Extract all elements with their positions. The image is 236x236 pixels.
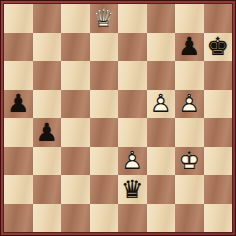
piece-white-pawn[interactable]: ♟ [147,90,176,119]
square-c1[interactable] [61,204,90,233]
square-g8[interactable] [175,4,204,33]
piece-white-queen[interactable]: ♛ [90,4,119,33]
square-e4[interactable] [118,118,147,147]
square-f6[interactable] [147,61,176,90]
square-a2[interactable] [4,175,33,204]
square-f2[interactable] [147,175,176,204]
square-c8[interactable] [61,4,90,33]
square-b8[interactable] [33,4,62,33]
square-g2[interactable] [175,175,204,204]
square-f3[interactable] [147,147,176,176]
square-f7[interactable] [147,33,176,62]
square-b3[interactable] [33,147,62,176]
square-b1[interactable] [33,204,62,233]
square-h7[interactable]: ♚ [204,33,233,62]
square-h1[interactable] [204,204,233,233]
piece-black-king[interactable]: ♚ [204,33,233,62]
square-d7[interactable] [90,33,119,62]
square-e5[interactable] [118,90,147,119]
square-g6[interactable] [175,61,204,90]
square-h8[interactable] [204,4,233,33]
square-e8[interactable] [118,4,147,33]
piece-white-pawn[interactable]: ♟ [175,90,204,119]
square-b5[interactable] [33,90,62,119]
piece-black-pawn[interactable]: ♟ [33,118,62,147]
square-b7[interactable] [33,33,62,62]
square-a6[interactable] [4,61,33,90]
square-e7[interactable] [118,33,147,62]
square-e1[interactable] [118,204,147,233]
square-h3[interactable] [204,147,233,176]
square-d4[interactable] [90,118,119,147]
square-a4[interactable] [4,118,33,147]
square-d3[interactable] [90,147,119,176]
square-b6[interactable] [33,61,62,90]
square-f1[interactable] [147,204,176,233]
square-h4[interactable] [204,118,233,147]
square-d5[interactable] [90,90,119,119]
square-a5[interactable]: ♟ [4,90,33,119]
square-g4[interactable] [175,118,204,147]
square-c5[interactable] [61,90,90,119]
square-g7[interactable]: ♟ [175,33,204,62]
square-c2[interactable] [61,175,90,204]
square-a8[interactable] [4,4,33,33]
square-a3[interactable] [4,147,33,176]
square-c3[interactable] [61,147,90,176]
square-e2[interactable]: ♛ [118,175,147,204]
square-b4[interactable]: ♟ [33,118,62,147]
square-g1[interactable] [175,204,204,233]
square-h5[interactable] [204,90,233,119]
square-d2[interactable] [90,175,119,204]
square-e6[interactable] [118,61,147,90]
square-d1[interactable] [90,204,119,233]
square-g5[interactable]: ♟ [175,90,204,119]
square-e3[interactable]: ♟ [118,147,147,176]
chess-board: ♛♟♚♟♟♟♟♟♚♛ [4,4,232,232]
square-c6[interactable] [61,61,90,90]
piece-white-king[interactable]: ♚ [175,147,204,176]
piece-black-queen[interactable]: ♛ [118,175,147,204]
square-h2[interactable] [204,175,233,204]
square-c7[interactable] [61,33,90,62]
square-a7[interactable] [4,33,33,62]
square-g3[interactable]: ♚ [175,147,204,176]
square-f4[interactable] [147,118,176,147]
square-d8[interactable]: ♛ [90,4,119,33]
square-f5[interactable]: ♟ [147,90,176,119]
piece-white-pawn[interactable]: ♟ [118,147,147,176]
piece-black-pawn[interactable]: ♟ [4,90,33,119]
chess-board-frame: ♛♟♚♟♟♟♟♟♚♛ [0,0,236,236]
square-c4[interactable] [61,118,90,147]
square-b2[interactable] [33,175,62,204]
piece-black-pawn[interactable]: ♟ [175,33,204,62]
square-h6[interactable] [204,61,233,90]
square-a1[interactable] [4,204,33,233]
square-f8[interactable] [147,4,176,33]
square-d6[interactable] [90,61,119,90]
